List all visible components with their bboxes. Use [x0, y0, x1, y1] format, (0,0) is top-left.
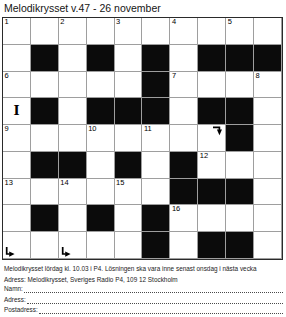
white-cell[interactable] — [87, 232, 115, 259]
white-cell[interactable] — [31, 179, 59, 206]
white-cell[interactable] — [254, 125, 282, 152]
white-cell[interactable]: 7 — [170, 72, 198, 99]
black-cell — [31, 45, 59, 72]
white-cell[interactable]: 12 — [198, 152, 226, 179]
black-cell — [226, 45, 254, 72]
black-cell — [142, 232, 170, 259]
clue-number: 15 — [116, 179, 124, 188]
name-input-line[interactable] — [24, 285, 283, 293]
white-cell[interactable] — [254, 152, 282, 179]
black-cell — [59, 152, 87, 179]
white-cell[interactable]: 8 — [254, 72, 282, 99]
white-cell[interactable] — [254, 18, 282, 45]
black-cell — [31, 98, 59, 125]
clue-number: 4 — [172, 18, 176, 27]
clue-number: 1 — [5, 18, 9, 27]
postal-address-label: Postadress: — [4, 306, 38, 314]
white-cell[interactable] — [59, 72, 87, 99]
black-cell — [226, 125, 254, 152]
down-right-arrow-icon — [61, 247, 72, 257]
white-cell[interactable] — [226, 152, 254, 179]
white-cell[interactable] — [170, 232, 198, 259]
white-cell[interactable] — [3, 205, 31, 232]
white-cell[interactable] — [226, 205, 254, 232]
white-cell[interactable] — [142, 152, 170, 179]
clue-number: 6 — [5, 72, 9, 81]
clue-number: 8 — [256, 72, 260, 81]
black-cell — [226, 98, 254, 125]
black-cell — [87, 98, 115, 125]
clue-number: 11 — [144, 125, 152, 134]
white-cell[interactable] — [87, 72, 115, 99]
black-cell — [226, 179, 254, 206]
white-cell[interactable] — [31, 232, 59, 259]
white-cell[interactable] — [3, 232, 31, 259]
white-cell[interactable]: 10 — [87, 125, 115, 152]
white-cell[interactable] — [142, 18, 170, 45]
white-cell[interactable]: 2 — [59, 18, 87, 45]
white-cell[interactable] — [170, 125, 198, 152]
white-cell[interactable] — [87, 152, 115, 179]
white-cell[interactable]: 11 — [142, 125, 170, 152]
clue-number: 3 — [116, 18, 120, 27]
address-input-line[interactable] — [27, 296, 283, 304]
black-cell — [87, 45, 115, 72]
clue-number: 10 — [88, 125, 96, 134]
white-cell[interactable]: 9 — [3, 125, 31, 152]
white-cell[interactable] — [31, 72, 59, 99]
white-cell[interactable] — [59, 205, 87, 232]
white-cell[interactable] — [142, 179, 170, 206]
white-cell[interactable] — [31, 125, 59, 152]
white-cell[interactable] — [3, 45, 31, 72]
down-right-arrow-icon — [5, 247, 16, 257]
black-cell — [115, 152, 143, 179]
white-cell[interactable] — [170, 98, 198, 125]
black-cell — [254, 45, 282, 72]
black-cell — [87, 205, 115, 232]
white-cell[interactable] — [254, 205, 282, 232]
white-cell[interactable]: 14 — [59, 179, 87, 206]
postal-address-input-line[interactable] — [39, 306, 283, 314]
white-cell[interactable] — [87, 18, 115, 45]
white-cell[interactable]: I — [3, 98, 31, 125]
black-cell — [142, 205, 170, 232]
white-cell[interactable] — [170, 45, 198, 72]
white-cell[interactable] — [254, 232, 282, 259]
white-cell[interactable] — [3, 152, 31, 179]
black-cell — [142, 72, 170, 99]
prefilled-letter: I — [13, 103, 19, 118]
white-cell[interactable] — [59, 98, 87, 125]
white-cell[interactable] — [226, 72, 254, 99]
white-cell[interactable] — [115, 72, 143, 99]
white-cell[interactable] — [254, 98, 282, 125]
black-cell — [226, 232, 254, 259]
white-cell[interactable] — [115, 45, 143, 72]
clue-number: 7 — [172, 72, 176, 81]
white-cell[interactable] — [59, 232, 87, 259]
black-cell — [115, 98, 143, 125]
white-cell[interactable] — [59, 125, 87, 152]
white-cell[interactable]: 1 — [3, 18, 31, 45]
black-cell — [198, 45, 226, 72]
white-cell[interactable] — [198, 205, 226, 232]
black-cell — [142, 98, 170, 125]
black-cell — [170, 179, 198, 206]
white-cell[interactable] — [59, 45, 87, 72]
address-label: Adress: — [4, 296, 26, 304]
clue-number: 14 — [60, 179, 68, 188]
white-cell[interactable] — [198, 18, 226, 45]
form-row-postal-address: Postadress: — [4, 305, 283, 314]
black-cell — [170, 152, 198, 179]
white-cell[interactable]: 16 — [170, 205, 198, 232]
white-cell[interactable] — [198, 125, 226, 152]
clue-number: 12 — [200, 152, 208, 161]
black-cell — [142, 45, 170, 72]
white-cell[interactable] — [254, 179, 282, 206]
white-cell[interactable]: 13 — [3, 179, 31, 206]
submission-address: Adress: Melodikrysset, Sveriges Radio P4… — [4, 276, 283, 283]
white-cell[interactable]: 15 — [115, 179, 143, 206]
form-row-address: Adress: — [4, 295, 283, 304]
black-cell — [198, 98, 226, 125]
broadcast-info: Melodikrysset lördag kl. 10.03 i P4. Lös… — [4, 265, 283, 272]
white-cell[interactable] — [31, 18, 59, 45]
white-cell[interactable] — [198, 72, 226, 99]
white-cell[interactable]: 5 — [226, 18, 254, 45]
clue-number: 9 — [5, 125, 9, 134]
clue-number: 5 — [228, 18, 232, 27]
black-cell — [31, 205, 59, 232]
white-cell[interactable] — [115, 232, 143, 259]
name-label: Namn: — [4, 285, 23, 293]
white-cell[interactable] — [115, 125, 143, 152]
white-cell[interactable]: 3 — [115, 18, 143, 45]
clue-number: 16 — [172, 205, 180, 214]
white-cell[interactable]: 6 — [3, 72, 31, 99]
white-cell[interactable]: 4 — [170, 18, 198, 45]
clue-number: 13 — [5, 179, 13, 188]
clue-number: 2 — [60, 18, 64, 27]
black-cell — [31, 152, 59, 179]
form-row-name: Namn: — [4, 284, 283, 293]
black-cell — [198, 232, 226, 259]
corner-down-arrow-icon — [213, 126, 224, 136]
page-title: Melodikrysset v.47 - 26 november — [4, 1, 161, 15]
white-cell[interactable] — [115, 205, 143, 232]
black-cell — [198, 179, 226, 206]
crossword-grid: 12345678I910111213141516 — [2, 17, 283, 260]
white-cell[interactable] — [87, 179, 115, 206]
